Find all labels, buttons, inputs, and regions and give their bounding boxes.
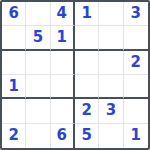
cell-r3c5[interactable]	[99, 51, 123, 75]
cell-r5c3[interactable]	[51, 99, 75, 123]
cell-r4c3[interactable]	[51, 75, 75, 99]
cell-r6c4[interactable]: 5	[75, 124, 99, 148]
cell-r6c1[interactable]: 2	[2, 124, 26, 148]
cell-r1c5[interactable]	[99, 2, 123, 26]
cell-r4c2[interactable]	[26, 75, 50, 99]
cell-r3c6[interactable]: 2	[124, 51, 148, 75]
cell-r1c3[interactable]: 4	[51, 2, 75, 26]
cell-r1c6[interactable]: 3	[124, 2, 148, 26]
cell-r6c5[interactable]	[99, 124, 123, 148]
cell-r6c3[interactable]: 6	[51, 124, 75, 148]
cell-r4c5[interactable]	[99, 75, 123, 99]
cell-r6c6[interactable]: 1	[124, 124, 148, 148]
cell-r3c3[interactable]	[51, 51, 75, 75]
cell-r5c2[interactable]	[26, 99, 50, 123]
cell-r1c1[interactable]: 6	[2, 2, 26, 26]
cell-r4c4[interactable]	[75, 75, 99, 99]
cell-r5c4[interactable]: 2	[75, 99, 99, 123]
sudoku-board: 64135121232651	[0, 0, 150, 150]
cell-r1c4[interactable]: 1	[75, 2, 99, 26]
cell-r2c2[interactable]: 5	[26, 26, 50, 50]
cell-r2c6[interactable]	[124, 26, 148, 50]
cell-r3c2[interactable]	[26, 51, 50, 75]
cell-r1c2[interactable]	[26, 2, 50, 26]
cell-r3c1[interactable]	[2, 51, 26, 75]
cell-r2c5[interactable]	[99, 26, 123, 50]
cell-r5c6[interactable]	[124, 99, 148, 123]
cell-r6c2[interactable]	[26, 124, 50, 148]
cell-r2c1[interactable]	[2, 26, 26, 50]
cell-r3c4[interactable]	[75, 51, 99, 75]
cell-r2c4[interactable]	[75, 26, 99, 50]
cell-r2c3[interactable]: 1	[51, 26, 75, 50]
cell-r5c5[interactable]: 3	[99, 99, 123, 123]
cell-r4c6[interactable]	[124, 75, 148, 99]
cell-r5c1[interactable]	[2, 99, 26, 123]
cell-r4c1[interactable]: 1	[2, 75, 26, 99]
